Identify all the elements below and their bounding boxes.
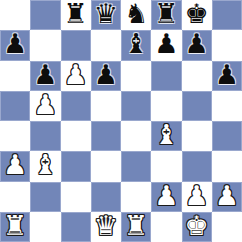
piece-white-bishop-f4[interactable]: ♝ — [154, 121, 178, 150]
piece-black-pawn-f7[interactable]: ♟ — [154, 30, 178, 59]
square-g5[interactable] — [182, 91, 212, 121]
square-a3[interactable]: ♟ — [0, 151, 30, 181]
square-e8[interactable]: ♞ — [121, 0, 151, 30]
square-f8[interactable]: ♜ — [151, 0, 181, 30]
piece-white-king-g1[interactable]: ♚ — [185, 212, 209, 241]
square-d1[interactable]: ♛ — [91, 212, 121, 242]
chess-board: ♜♛♞♜♚♟♝♟♟♟♟♟♟♟♝♟♝♟♟♟♜♛♜♚ — [0, 0, 242, 242]
square-d4[interactable] — [91, 121, 121, 151]
square-e3[interactable] — [121, 151, 151, 181]
square-f5[interactable] — [151, 91, 181, 121]
square-a6[interactable] — [0, 61, 30, 91]
square-h5[interactable] — [212, 91, 242, 121]
square-f4[interactable]: ♝ — [151, 121, 181, 151]
piece-white-rook-a1[interactable]: ♜ — [3, 212, 27, 241]
square-e2[interactable] — [121, 182, 151, 212]
square-b8[interactable] — [30, 0, 60, 30]
piece-white-queen-d1[interactable]: ♛ — [94, 212, 118, 241]
square-h3[interactable] — [212, 151, 242, 181]
square-a5[interactable] — [0, 91, 30, 121]
piece-white-rook-e1[interactable]: ♜ — [124, 212, 148, 241]
square-b4[interactable] — [30, 121, 60, 151]
square-e6[interactable] — [121, 61, 151, 91]
square-a8[interactable] — [0, 0, 30, 30]
square-c1[interactable] — [61, 212, 91, 242]
piece-black-knight-e8[interactable]: ♞ — [124, 0, 148, 29]
piece-black-bishop-e7[interactable]: ♝ — [124, 30, 148, 59]
square-c5[interactable] — [61, 91, 91, 121]
square-c2[interactable] — [61, 182, 91, 212]
piece-black-pawn-d6[interactable]: ♟ — [94, 61, 118, 90]
square-e7[interactable]: ♝ — [121, 30, 151, 60]
square-g1[interactable]: ♚ — [182, 212, 212, 242]
square-c8[interactable]: ♜ — [61, 0, 91, 30]
square-b3[interactable]: ♝ — [30, 151, 60, 181]
square-h6[interactable]: ♟ — [212, 61, 242, 91]
square-f7[interactable]: ♟ — [151, 30, 181, 60]
piece-white-pawn-h2[interactable]: ♟ — [215, 182, 239, 211]
square-b5[interactable]: ♟ — [30, 91, 60, 121]
square-d2[interactable] — [91, 182, 121, 212]
square-g4[interactable] — [182, 121, 212, 151]
square-c3[interactable] — [61, 151, 91, 181]
square-g7[interactable]: ♟ — [182, 30, 212, 60]
piece-black-queen-d8[interactable]: ♛ — [94, 0, 118, 29]
square-f6[interactable] — [151, 61, 181, 91]
square-g2[interactable]: ♟ — [182, 182, 212, 212]
square-h1[interactable] — [212, 212, 242, 242]
piece-black-pawn-a7[interactable]: ♟ — [3, 30, 27, 59]
square-d5[interactable] — [91, 91, 121, 121]
piece-black-pawn-b6[interactable]: ♟ — [33, 61, 57, 90]
piece-white-pawn-a3[interactable]: ♟ — [3, 151, 27, 180]
piece-white-pawn-f2[interactable]: ♟ — [154, 182, 178, 211]
piece-black-rook-c8[interactable]: ♜ — [64, 0, 88, 29]
square-h7[interactable] — [212, 30, 242, 60]
square-f2[interactable]: ♟ — [151, 182, 181, 212]
square-a7[interactable]: ♟ — [0, 30, 30, 60]
square-f3[interactable] — [151, 151, 181, 181]
piece-white-pawn-b5[interactable]: ♟ — [33, 91, 57, 120]
piece-white-bishop-b3[interactable]: ♝ — [33, 151, 57, 180]
square-g6[interactable] — [182, 61, 212, 91]
square-g3[interactable] — [182, 151, 212, 181]
piece-white-pawn-c6[interactable]: ♟ — [64, 61, 88, 90]
square-d3[interactable] — [91, 151, 121, 181]
piece-black-pawn-g7[interactable]: ♟ — [185, 30, 209, 59]
square-g8[interactable]: ♚ — [182, 0, 212, 30]
square-h2[interactable]: ♟ — [212, 182, 242, 212]
square-f1[interactable] — [151, 212, 181, 242]
square-e1[interactable]: ♜ — [121, 212, 151, 242]
piece-black-rook-f8[interactable]: ♜ — [154, 0, 178, 29]
square-e4[interactable] — [121, 121, 151, 151]
piece-white-pawn-g2[interactable]: ♟ — [185, 182, 209, 211]
square-h4[interactable] — [212, 121, 242, 151]
square-a2[interactable] — [0, 182, 30, 212]
square-b2[interactable] — [30, 182, 60, 212]
square-b7[interactable] — [30, 30, 60, 60]
square-e5[interactable] — [121, 91, 151, 121]
chess-board-container: ♜♛♞♜♚♟♝♟♟♟♟♟♟♟♝♟♝♟♟♟♜♛♜♚ — [0, 0, 242, 242]
square-a1[interactable]: ♜ — [0, 212, 30, 242]
square-d6[interactable]: ♟ — [91, 61, 121, 91]
square-b1[interactable] — [30, 212, 60, 242]
square-c6[interactable]: ♟ — [61, 61, 91, 91]
square-h8[interactable] — [212, 0, 242, 30]
square-c4[interactable] — [61, 121, 91, 151]
square-a4[interactable] — [0, 121, 30, 151]
piece-black-pawn-h6[interactable]: ♟ — [215, 61, 239, 90]
piece-black-king-g8[interactable]: ♚ — [185, 0, 209, 29]
square-c7[interactable] — [61, 30, 91, 60]
square-d7[interactable] — [91, 30, 121, 60]
square-b6[interactable]: ♟ — [30, 61, 60, 91]
square-d8[interactable]: ♛ — [91, 0, 121, 30]
